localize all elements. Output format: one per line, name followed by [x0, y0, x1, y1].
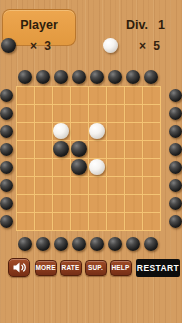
white-stone — [89, 123, 105, 139]
board-cell[interactable] — [124, 176, 142, 194]
decorative-border-stone — [0, 89, 13, 102]
decorative-border-stone — [0, 143, 13, 156]
board-cell[interactable] — [88, 176, 106, 194]
opponent-score: × 5 — [139, 39, 160, 53]
board-cell[interactable] — [52, 104, 70, 122]
board-cell[interactable] — [16, 158, 34, 176]
board-cell[interactable] — [34, 212, 52, 230]
decorative-border-stone — [108, 70, 122, 84]
board-cell[interactable] — [106, 122, 124, 140]
decorative-border-stone — [169, 125, 182, 138]
decorative-border-stone — [90, 70, 104, 84]
opponent-division-level: 1 — [158, 18, 165, 32]
board-cell[interactable] — [52, 176, 70, 194]
decorative-border-stone — [126, 237, 140, 251]
board-cell[interactable] — [70, 212, 88, 230]
board-cell[interactable] — [142, 176, 160, 194]
decorative-border-stone — [54, 70, 68, 84]
decorative-border-stone — [0, 107, 13, 120]
decorative-border-stone — [0, 179, 13, 192]
player-score: × 3 — [30, 39, 51, 53]
help-button[interactable]: HELP — [110, 260, 132, 276]
black-stone — [71, 159, 87, 175]
board-cell[interactable] — [70, 122, 88, 140]
board-cell[interactable] — [16, 104, 34, 122]
board-cell[interactable] — [52, 158, 70, 176]
board-cell[interactable] — [142, 104, 160, 122]
board-cell[interactable] — [124, 158, 142, 176]
board-cell[interactable] — [142, 86, 160, 104]
restart-button[interactable]: RESTART — [136, 259, 180, 278]
speaker-icon — [13, 262, 26, 273]
rate-button[interactable]: RATE — [60, 260, 82, 276]
board-cell[interactable] — [142, 194, 160, 212]
decorative-border-stone — [144, 70, 158, 84]
decorative-border-stone — [169, 143, 182, 156]
decorative-border-stone — [0, 161, 13, 174]
board-cell[interactable] — [34, 194, 52, 212]
board-cell[interactable] — [88, 194, 106, 212]
decorative-border-stone — [169, 107, 182, 120]
sound-button[interactable] — [8, 258, 30, 277]
white-stone — [53, 123, 69, 139]
game-screen: Player Div. 1 × 3 × 5 MORE RATE SUP. HEL… — [0, 0, 182, 323]
player-label: Player — [2, 18, 76, 32]
decorative-border-stone — [169, 89, 182, 102]
decorative-border-stone — [36, 70, 50, 84]
board-cell[interactable] — [106, 140, 124, 158]
opponent-stone-icon — [103, 38, 118, 53]
decorative-border-stone — [72, 70, 86, 84]
sup-button[interactable]: SUP. — [85, 260, 107, 276]
board-cell[interactable] — [34, 176, 52, 194]
board-cell[interactable] — [106, 176, 124, 194]
player-stone-icon — [1, 38, 16, 53]
decorative-border-stone — [169, 215, 182, 228]
board-cell[interactable] — [124, 122, 142, 140]
board-cell[interactable] — [16, 176, 34, 194]
decorative-border-stone — [18, 237, 32, 251]
board-cell[interactable] — [34, 158, 52, 176]
decorative-border-stone — [126, 70, 140, 84]
board-cell[interactable] — [70, 86, 88, 104]
opponent-division-label: Div. — [126, 18, 148, 32]
board-cell[interactable] — [124, 140, 142, 158]
board-cell[interactable] — [52, 212, 70, 230]
decorative-border-stone — [54, 237, 68, 251]
board-cell[interactable] — [16, 194, 34, 212]
board-cell[interactable] — [106, 86, 124, 104]
decorative-border-stone — [169, 197, 182, 210]
board-cell[interactable] — [142, 212, 160, 230]
board-cell[interactable] — [52, 86, 70, 104]
decorative-border-stone — [0, 125, 13, 138]
decorative-border-stone — [18, 70, 32, 84]
board-cell[interactable] — [34, 86, 52, 104]
board-cell[interactable] — [106, 158, 124, 176]
white-stone — [89, 159, 105, 175]
board-cell[interactable] — [124, 212, 142, 230]
decorative-border-stone — [90, 237, 104, 251]
board-cell[interactable] — [52, 194, 70, 212]
board-cell[interactable] — [142, 140, 160, 158]
board-cell[interactable] — [88, 104, 106, 122]
board-cell[interactable] — [70, 104, 88, 122]
board-cell[interactable] — [16, 86, 34, 104]
board-cell[interactable] — [106, 104, 124, 122]
board-cell[interactable] — [70, 176, 88, 194]
decorative-border-stone — [169, 161, 182, 174]
board-cell[interactable] — [16, 212, 34, 230]
black-stone — [53, 141, 69, 157]
board-cells — [16, 86, 160, 230]
black-stone — [71, 141, 87, 157]
board-cell[interactable] — [106, 212, 124, 230]
board-cell[interactable] — [88, 212, 106, 230]
decorative-border-stone — [0, 215, 13, 228]
decorative-border-stone — [72, 237, 86, 251]
board-cell[interactable] — [88, 140, 106, 158]
board-cell[interactable] — [16, 122, 34, 140]
board-cell[interactable] — [124, 86, 142, 104]
board — [16, 86, 161, 231]
decorative-border-stone — [144, 237, 158, 251]
decorative-border-stone — [0, 197, 13, 210]
board-cell[interactable] — [70, 194, 88, 212]
board-cell[interactable] — [142, 122, 160, 140]
decorative-border-stone — [108, 237, 122, 251]
board-cell[interactable] — [124, 104, 142, 122]
board-cell[interactable] — [88, 86, 106, 104]
board-cell[interactable] — [106, 194, 124, 212]
decorative-border-stone — [36, 237, 50, 251]
board-cell[interactable] — [34, 122, 52, 140]
opponent-label: Div. 1 — [126, 18, 165, 32]
board-cell[interactable] — [34, 104, 52, 122]
board-cell[interactable] — [142, 158, 160, 176]
decorative-border-stone — [169, 179, 182, 192]
board-cell[interactable] — [16, 140, 34, 158]
more-button[interactable]: MORE — [35, 260, 57, 276]
board-cell[interactable] — [34, 140, 52, 158]
board-cell[interactable] — [124, 194, 142, 212]
